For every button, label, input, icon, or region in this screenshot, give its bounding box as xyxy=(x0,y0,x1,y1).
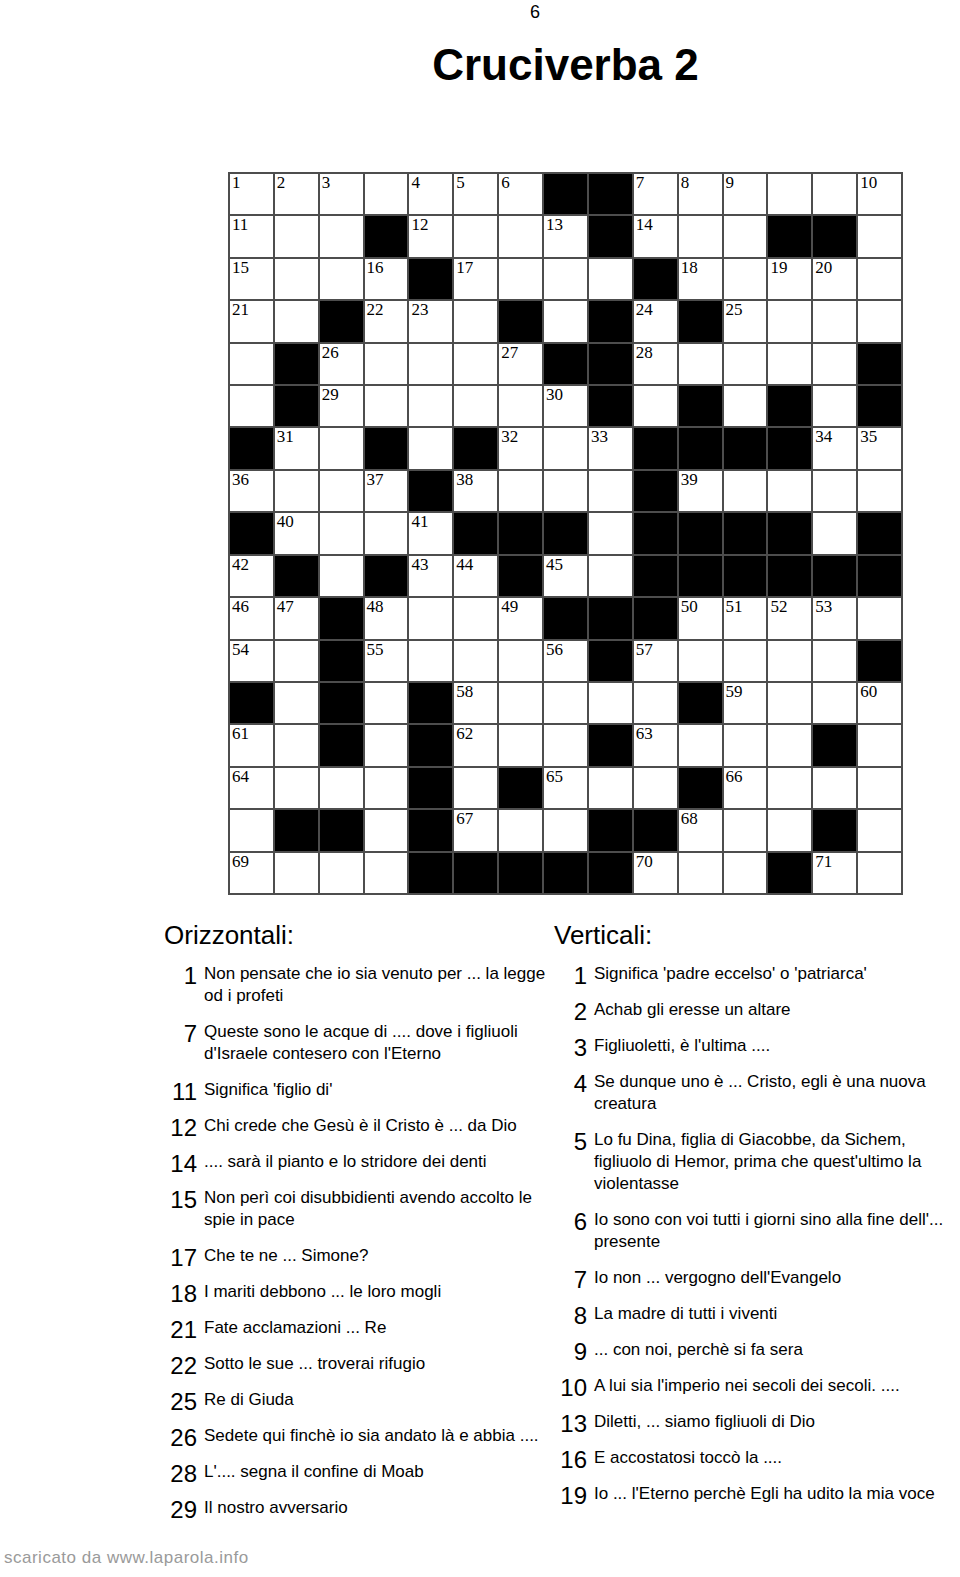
down-clue-1: 1Significa 'padre eccelso' o 'patriarca' xyxy=(554,963,956,985)
white-cell-r14c13[interactable] xyxy=(768,725,811,765)
white-cell-r2c11[interactable] xyxy=(679,216,722,256)
clue-text: Achab gli eresse un altare xyxy=(594,999,956,1021)
across-clue-7: 7Queste sono le acque di .... dove i fig… xyxy=(164,1021,556,1065)
black-cell-r16c9 xyxy=(589,810,632,850)
white-cell-r17c15[interactable] xyxy=(858,853,901,893)
white-cell-r16c15[interactable] xyxy=(858,810,901,850)
white-cell-r8c14[interactable] xyxy=(813,471,856,511)
white-cell-r17c1[interactable]: 69 xyxy=(230,853,273,893)
white-cell-r8c4[interactable]: 37 xyxy=(365,471,408,511)
white-cell-r7c15[interactable]: 35 xyxy=(858,428,901,468)
white-cell-r3c6[interactable]: 17 xyxy=(454,259,497,299)
across-clues-list: 1Non pensate che io sia venuto per ... l… xyxy=(164,963,556,1519)
white-cell-r16c12[interactable] xyxy=(724,810,767,850)
black-cell-r10c4 xyxy=(365,556,408,596)
white-cell-r17c14[interactable]: 71 xyxy=(813,853,856,893)
clue-text: E accostatosi toccò la .... xyxy=(594,1447,956,1469)
white-cell-r7c7[interactable]: 32 xyxy=(499,428,542,468)
white-cell-r4c1[interactable]: 21 xyxy=(230,301,273,341)
white-cell-r10c1[interactable]: 42 xyxy=(230,556,273,596)
cell-number: 8 xyxy=(681,173,690,192)
white-cell-r17c12[interactable] xyxy=(724,853,767,893)
white-cell-r3c9[interactable] xyxy=(589,259,632,299)
white-cell-r14c15[interactable] xyxy=(858,725,901,765)
white-cell-r5c3[interactable]: 26 xyxy=(320,344,363,384)
clue-number: 8 xyxy=(554,1304,587,1328)
clue-text: ... con noi, perchè si fa sera xyxy=(594,1339,956,1361)
white-cell-r2c8[interactable]: 13 xyxy=(544,216,587,256)
clue-text: A lui sia l'imperio nei secoli dei secol… xyxy=(594,1375,956,1397)
white-cell-r15c6[interactable] xyxy=(454,768,497,808)
black-cell-r4c7 xyxy=(499,301,542,341)
white-cell-r12c10[interactable]: 57 xyxy=(634,641,677,681)
white-cell-r17c3[interactable] xyxy=(320,853,363,893)
clue-number: 17 xyxy=(164,1246,197,1270)
cell-number: 12 xyxy=(411,215,428,234)
white-cell-r8c15[interactable] xyxy=(858,471,901,511)
black-cell-r6c9 xyxy=(589,386,632,426)
white-cell-r8c1[interactable]: 36 xyxy=(230,471,273,511)
cell-number: 54 xyxy=(232,640,249,659)
white-cell-r15c10[interactable] xyxy=(634,768,677,808)
white-cell-r6c14[interactable] xyxy=(813,386,856,426)
document-page: 6 Cruciverba 2 1234567891011121314151617… xyxy=(0,0,960,1577)
white-cell-r15c13[interactable] xyxy=(768,768,811,808)
white-cell-r4c8[interactable] xyxy=(544,301,587,341)
white-cell-r15c14[interactable] xyxy=(813,768,856,808)
white-cell-r2c15[interactable] xyxy=(858,216,901,256)
black-cell-r17c13 xyxy=(768,853,811,893)
white-cell-r6c6[interactable] xyxy=(454,386,497,426)
white-cell-r3c1[interactable]: 15 xyxy=(230,259,273,299)
black-cell-r7c13 xyxy=(768,428,811,468)
white-cell-r15c4[interactable] xyxy=(365,768,408,808)
across-clue-11: 11Significa 'figlio di' xyxy=(164,1079,556,1101)
cell-number: 61 xyxy=(232,724,249,743)
white-cell-r8c9[interactable] xyxy=(589,471,632,511)
cell-number: 30 xyxy=(546,385,563,404)
white-cell-r16c13[interactable] xyxy=(768,810,811,850)
white-cell-r14c10[interactable]: 63 xyxy=(634,725,677,765)
cell-number: 11 xyxy=(232,215,248,234)
clue-number: 15 xyxy=(164,1188,197,1212)
white-cell-r7c9[interactable]: 33 xyxy=(589,428,632,468)
clue-text: Sedete qui finchè io sia andato là e abb… xyxy=(204,1425,550,1447)
white-cell-r9c9[interactable] xyxy=(589,513,632,553)
white-cell-r2c3[interactable] xyxy=(320,216,363,256)
white-cell-r12c7[interactable] xyxy=(499,641,542,681)
white-cell-r5c5[interactable] xyxy=(409,344,452,384)
black-cell-r17c7 xyxy=(499,853,542,893)
white-cell-r8c7[interactable] xyxy=(499,471,542,511)
clue-number: 28 xyxy=(164,1462,197,1486)
white-cell-r10c6[interactable]: 44 xyxy=(454,556,497,596)
white-cell-r6c10[interactable] xyxy=(634,386,677,426)
clue-number: 4 xyxy=(554,1072,587,1096)
white-cell-r3c12[interactable] xyxy=(724,259,767,299)
white-cell-r11c12[interactable]: 51 xyxy=(724,598,767,638)
white-cell-r9c3[interactable] xyxy=(320,513,363,553)
white-cell-r13c15[interactable]: 60 xyxy=(858,683,901,723)
down-clue-19: 19Io ... l'Eterno perchè Egli ha udito l… xyxy=(554,1483,956,1505)
clue-text: Figliuoletti, è l'ultima .... xyxy=(594,1035,956,1057)
cell-number: 37 xyxy=(367,470,384,489)
white-cell-r1c7[interactable]: 6 xyxy=(499,174,542,214)
white-cell-r13c2[interactable] xyxy=(275,683,318,723)
cell-number: 56 xyxy=(546,640,563,659)
across-clue-18: 18I mariti debbono ... le loro mogli xyxy=(164,1281,556,1303)
white-cell-r13c9[interactable] xyxy=(589,683,632,723)
white-cell-r3c15[interactable] xyxy=(858,259,901,299)
down-clue-4: 4Se dunque uno è ... Cristo, egli è una … xyxy=(554,1071,956,1115)
down-clues-header: Verticali: xyxy=(554,920,956,950)
white-cell-r11c2[interactable]: 47 xyxy=(275,598,318,638)
clue-text: Significa 'padre eccelso' o 'patriarca' xyxy=(594,963,956,985)
black-cell-r7c6 xyxy=(454,428,497,468)
white-cell-r4c6[interactable] xyxy=(454,301,497,341)
white-cell-r17c10[interactable]: 70 xyxy=(634,853,677,893)
white-cell-r1c12[interactable]: 9 xyxy=(724,174,767,214)
white-cell-r14c7[interactable] xyxy=(499,725,542,765)
white-cell-r1c3[interactable]: 3 xyxy=(320,174,363,214)
cell-number: 26 xyxy=(322,343,339,362)
white-cell-r11c5[interactable] xyxy=(409,598,452,638)
white-cell-r13c4[interactable] xyxy=(365,683,408,723)
white-cell-r6c8[interactable]: 30 xyxy=(544,386,587,426)
cell-number: 14 xyxy=(636,215,653,234)
black-cell-r4c9 xyxy=(589,301,632,341)
black-cell-r10c13 xyxy=(768,556,811,596)
white-cell-r3c8[interactable] xyxy=(544,259,587,299)
white-cell-r3c4[interactable]: 16 xyxy=(365,259,408,299)
white-cell-r10c5[interactable]: 43 xyxy=(409,556,452,596)
white-cell-r9c5[interactable]: 41 xyxy=(409,513,452,553)
white-cell-r3c3[interactable] xyxy=(320,259,363,299)
cell-number: 50 xyxy=(681,597,698,616)
white-cell-r12c12[interactable] xyxy=(724,641,767,681)
black-cell-r14c5 xyxy=(409,725,452,765)
cell-number: 53 xyxy=(815,597,832,616)
cell-number: 51 xyxy=(726,597,743,616)
white-cell-r5c14[interactable] xyxy=(813,344,856,384)
black-cell-r2c13 xyxy=(768,216,811,256)
black-cell-r12c15 xyxy=(858,641,901,681)
white-cell-r2c2[interactable] xyxy=(275,216,318,256)
clue-number: 19 xyxy=(554,1484,587,1508)
white-cell-r1c6[interactable]: 5 xyxy=(454,174,497,214)
white-cell-r12c14[interactable] xyxy=(813,641,856,681)
cell-number: 24 xyxy=(636,300,653,319)
cell-number: 66 xyxy=(726,767,743,786)
white-cell-r4c5[interactable]: 23 xyxy=(409,301,452,341)
white-cell-r1c1[interactable]: 1 xyxy=(230,174,273,214)
white-cell-r12c8[interactable]: 56 xyxy=(544,641,587,681)
white-cell-r15c3[interactable] xyxy=(320,768,363,808)
black-cell-r17c9 xyxy=(589,853,632,893)
white-cell-r14c6[interactable]: 62 xyxy=(454,725,497,765)
white-cell-r11c13[interactable]: 52 xyxy=(768,598,811,638)
black-cell-r11c3 xyxy=(320,598,363,638)
clue-text: Il nostro avversario xyxy=(204,1497,550,1519)
white-cell-r3c2[interactable] xyxy=(275,259,318,299)
white-cell-r14c8[interactable] xyxy=(544,725,587,765)
down-clue-3: 3Figliuoletti, è l'ultima .... xyxy=(554,1035,956,1057)
clue-text: Io non ... vergogno dell'Evangelo xyxy=(594,1267,956,1289)
black-cell-r9c12 xyxy=(724,513,767,553)
white-cell-r12c1[interactable]: 54 xyxy=(230,641,273,681)
black-cell-r10c2 xyxy=(275,556,318,596)
white-cell-r16c1[interactable] xyxy=(230,810,273,850)
white-cell-r8c12[interactable] xyxy=(724,471,767,511)
cell-number: 47 xyxy=(277,597,294,616)
black-cell-r4c3 xyxy=(320,301,363,341)
white-cell-r8c6[interactable]: 38 xyxy=(454,471,497,511)
white-cell-r10c3[interactable] xyxy=(320,556,363,596)
white-cell-r11c11[interactable]: 50 xyxy=(679,598,722,638)
white-cell-r9c2[interactable]: 40 xyxy=(275,513,318,553)
white-cell-r1c15[interactable]: 10 xyxy=(858,174,901,214)
clue-number: 7 xyxy=(554,1268,587,1292)
white-cell-r12c11[interactable] xyxy=(679,641,722,681)
white-cell-r6c1[interactable] xyxy=(230,386,273,426)
black-cell-r14c9 xyxy=(589,725,632,765)
cell-number: 21 xyxy=(232,300,249,319)
clue-number: 22 xyxy=(164,1354,197,1378)
cell-number: 67 xyxy=(456,809,473,828)
cell-number: 17 xyxy=(456,258,473,277)
cell-number: 35 xyxy=(860,427,877,446)
white-cell-r8c2[interactable] xyxy=(275,471,318,511)
black-cell-r12c9 xyxy=(589,641,632,681)
white-cell-r14c12[interactable] xyxy=(724,725,767,765)
cell-number: 42 xyxy=(232,555,249,574)
white-cell-r7c8[interactable] xyxy=(544,428,587,468)
white-cell-r9c4[interactable] xyxy=(365,513,408,553)
white-cell-r11c7[interactable]: 49 xyxy=(499,598,542,638)
black-cell-r3c10 xyxy=(634,259,677,299)
down-clue-8: 8La madre di tutti i viventi xyxy=(554,1303,956,1325)
white-cell-r13c6[interactable]: 58 xyxy=(454,683,497,723)
white-cell-r5c11[interactable] xyxy=(679,344,722,384)
white-cell-r4c14[interactable] xyxy=(813,301,856,341)
black-cell-r9c11 xyxy=(679,513,722,553)
clue-number: 5 xyxy=(554,1130,587,1154)
watermark: scaricato da www.laparola.info xyxy=(4,1548,249,1568)
white-cell-r14c1[interactable]: 61 xyxy=(230,725,273,765)
across-clue-28: 28L'.... segna il confine di Moab xyxy=(164,1461,556,1483)
white-cell-r14c4[interactable] xyxy=(365,725,408,765)
white-cell-r16c7[interactable] xyxy=(499,810,542,850)
cell-number: 65 xyxy=(546,767,563,786)
black-cell-r9c8 xyxy=(544,513,587,553)
white-cell-r13c8[interactable] xyxy=(544,683,587,723)
white-cell-r12c5[interactable] xyxy=(409,641,452,681)
white-cell-r1c14[interactable] xyxy=(813,174,856,214)
white-cell-r3c7[interactable] xyxy=(499,259,542,299)
white-cell-r2c5[interactable]: 12 xyxy=(409,216,452,256)
white-cell-r6c5[interactable] xyxy=(409,386,452,426)
black-cell-r9c1 xyxy=(230,513,273,553)
white-cell-r15c12[interactable]: 66 xyxy=(724,768,767,808)
white-cell-r12c6[interactable] xyxy=(454,641,497,681)
clue-number: 12 xyxy=(164,1116,197,1140)
white-cell-r15c1[interactable]: 64 xyxy=(230,768,273,808)
white-cell-r11c1[interactable]: 46 xyxy=(230,598,273,638)
white-cell-r13c13[interactable] xyxy=(768,683,811,723)
white-cell-r4c2[interactable] xyxy=(275,301,318,341)
white-cell-r1c2[interactable]: 2 xyxy=(275,174,318,214)
white-cell-r12c4[interactable]: 55 xyxy=(365,641,408,681)
white-cell-r5c7[interactable]: 27 xyxy=(499,344,542,384)
black-cell-r12c3 xyxy=(320,641,363,681)
black-cell-r6c15 xyxy=(858,386,901,426)
white-cell-r1c11[interactable]: 8 xyxy=(679,174,722,214)
clue-text: Fate acclamazioni ... Re xyxy=(204,1317,550,1339)
black-cell-r10c11 xyxy=(679,556,722,596)
white-cell-r6c7[interactable] xyxy=(499,386,542,426)
black-cell-r15c5 xyxy=(409,768,452,808)
cell-number: 13 xyxy=(546,215,563,234)
white-cell-r15c15[interactable] xyxy=(858,768,901,808)
down-clue-13: 13Diletti, ... siamo figliuoli di Dio xyxy=(554,1411,956,1433)
white-cell-r7c5[interactable] xyxy=(409,428,452,468)
white-cell-r11c4[interactable]: 48 xyxy=(365,598,408,638)
white-cell-r4c13[interactable] xyxy=(768,301,811,341)
cell-number: 15 xyxy=(232,258,249,277)
white-cell-r8c11[interactable]: 39 xyxy=(679,471,722,511)
black-cell-r8c10 xyxy=(634,471,677,511)
white-cell-r14c11[interactable] xyxy=(679,725,722,765)
white-cell-r5c10[interactable]: 28 xyxy=(634,344,677,384)
white-cell-r4c4[interactable]: 22 xyxy=(365,301,408,341)
black-cell-r13c1 xyxy=(230,683,273,723)
white-cell-r16c4[interactable] xyxy=(365,810,408,850)
white-cell-r16c11[interactable]: 68 xyxy=(679,810,722,850)
down-clue-7: 7Io non ... vergogno dell'Evangelo xyxy=(554,1267,956,1289)
black-cell-r11c10 xyxy=(634,598,677,638)
white-cell-r13c10[interactable] xyxy=(634,683,677,723)
cell-number: 6 xyxy=(501,173,510,192)
black-cell-r1c9 xyxy=(589,174,632,214)
white-cell-r15c2[interactable] xyxy=(275,768,318,808)
white-cell-r13c12[interactable]: 59 xyxy=(724,683,767,723)
white-cell-r2c1[interactable]: 11 xyxy=(230,216,273,256)
white-cell-r5c12[interactable] xyxy=(724,344,767,384)
white-cell-r13c7[interactable] xyxy=(499,683,542,723)
white-cell-r7c3[interactable] xyxy=(320,428,363,468)
white-cell-r1c10[interactable]: 7 xyxy=(634,174,677,214)
white-cell-r5c4[interactable] xyxy=(365,344,408,384)
cell-number: 3 xyxy=(322,173,331,192)
down-clue-2: 2Achab gli eresse un altare xyxy=(554,999,956,1021)
down-clues-section: Verticali: 1Significa 'padre eccelso' o … xyxy=(554,920,956,1519)
white-cell-r15c9[interactable] xyxy=(589,768,632,808)
across-clue-26: 26Sedete qui finchè io sia andato là e a… xyxy=(164,1425,556,1447)
down-clue-16: 16E accostatosi toccò la .... xyxy=(554,1447,956,1469)
white-cell-r5c13[interactable] xyxy=(768,344,811,384)
white-cell-r6c3[interactable]: 29 xyxy=(320,386,363,426)
white-cell-r16c6[interactable]: 67 xyxy=(454,810,497,850)
black-cell-r13c5 xyxy=(409,683,452,723)
white-cell-r11c6[interactable] xyxy=(454,598,497,638)
black-cell-r10c14 xyxy=(813,556,856,596)
white-cell-r8c13[interactable] xyxy=(768,471,811,511)
cell-number: 27 xyxy=(501,343,518,362)
white-cell-r2c7[interactable] xyxy=(499,216,542,256)
cell-number: 34 xyxy=(815,427,832,446)
white-cell-r16c8[interactable] xyxy=(544,810,587,850)
down-clue-9: 9... con noi, perchè si fa sera xyxy=(554,1339,956,1361)
crossword-grid: 1234567891011121314151617181920212223242… xyxy=(228,172,903,895)
clue-text: Che te ne ... Simone? xyxy=(204,1245,550,1267)
black-cell-r14c3 xyxy=(320,725,363,765)
black-cell-r6c2 xyxy=(275,386,318,426)
cell-number: 64 xyxy=(232,767,249,786)
black-cell-r5c9 xyxy=(589,344,632,384)
cell-number: 68 xyxy=(681,809,698,828)
white-cell-r15c8[interactable]: 65 xyxy=(544,768,587,808)
white-cell-r13c14[interactable] xyxy=(813,683,856,723)
black-cell-r9c7 xyxy=(499,513,542,553)
black-cell-r5c2 xyxy=(275,344,318,384)
white-cell-r17c4[interactable] xyxy=(365,853,408,893)
white-cell-r6c4[interactable] xyxy=(365,386,408,426)
white-cell-r7c2[interactable]: 31 xyxy=(275,428,318,468)
white-cell-r12c2[interactable] xyxy=(275,641,318,681)
white-cell-r2c6[interactable] xyxy=(454,216,497,256)
white-cell-r4c12[interactable]: 25 xyxy=(724,301,767,341)
white-cell-r8c8[interactable] xyxy=(544,471,587,511)
white-cell-r3c14[interactable]: 20 xyxy=(813,259,856,299)
black-cell-r8c5 xyxy=(409,471,452,511)
white-cell-r1c4[interactable] xyxy=(365,174,408,214)
white-cell-r3c13[interactable]: 19 xyxy=(768,259,811,299)
black-cell-r2c14 xyxy=(813,216,856,256)
white-cell-r17c2[interactable] xyxy=(275,853,318,893)
white-cell-r14c2[interactable] xyxy=(275,725,318,765)
white-cell-r12c13[interactable] xyxy=(768,641,811,681)
cell-number: 9 xyxy=(726,173,735,192)
white-cell-r10c9[interactable] xyxy=(589,556,632,596)
black-cell-r5c8 xyxy=(544,344,587,384)
white-cell-r6c12[interactable] xyxy=(724,386,767,426)
clue-text: .... sarà il pianto e lo stridore dei de… xyxy=(204,1151,550,1173)
white-cell-r5c6[interactable] xyxy=(454,344,497,384)
white-cell-r4c10[interactable]: 24 xyxy=(634,301,677,341)
white-cell-r2c10[interactable]: 14 xyxy=(634,216,677,256)
white-cell-r3c11[interactable]: 18 xyxy=(679,259,722,299)
white-cell-r1c13[interactable] xyxy=(768,174,811,214)
white-cell-r11c14[interactable]: 53 xyxy=(813,598,856,638)
white-cell-r2c12[interactable] xyxy=(724,216,767,256)
white-cell-r11c15[interactable] xyxy=(858,598,901,638)
cell-number: 5 xyxy=(456,173,465,192)
clue-text: Io sono con voi tutti i giorni sino alla… xyxy=(594,1209,956,1253)
white-cell-r10c8[interactable]: 45 xyxy=(544,556,587,596)
white-cell-r4c15[interactable] xyxy=(858,301,901,341)
white-cell-r9c14[interactable] xyxy=(813,513,856,553)
black-cell-r2c4 xyxy=(365,216,408,256)
white-cell-r1c5[interactable]: 4 xyxy=(409,174,452,214)
white-cell-r7c14[interactable]: 34 xyxy=(813,428,856,468)
cell-number: 32 xyxy=(501,427,518,446)
white-cell-r5c1[interactable] xyxy=(230,344,273,384)
white-cell-r17c11[interactable] xyxy=(679,853,722,893)
cell-number: 71 xyxy=(815,852,832,871)
across-clue-22: 22Sotto le sue ... troverai rifugio xyxy=(164,1353,556,1375)
black-cell-r16c10 xyxy=(634,810,677,850)
white-cell-r8c3[interactable] xyxy=(320,471,363,511)
